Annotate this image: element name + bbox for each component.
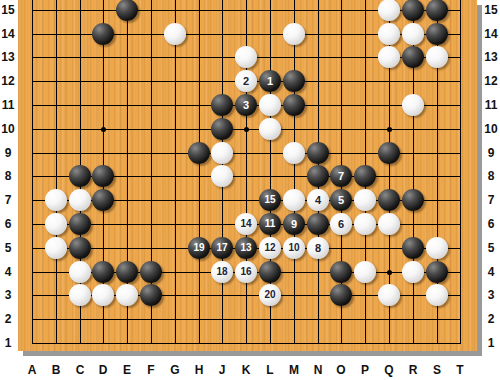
star-point-D10 [101,127,106,132]
stone-white-N5[interactable]: 8 [307,237,329,259]
stone-white-L5[interactable]: 12 [259,237,281,259]
stone-white-P6[interactable] [354,213,376,235]
col-label-J: J [212,363,232,377]
star-point-K10 [244,127,249,132]
stone-black-D14[interactable] [92,23,114,45]
col-label-E: E [117,363,137,377]
grid-vline-col-A [32,0,33,344]
stone-black-O7[interactable]: 5 [330,189,352,211]
stone-white-B7[interactable] [45,189,67,211]
stone-black-J10[interactable] [211,118,233,140]
col-label-B: B [46,363,66,377]
stone-white-L3[interactable]: 20 [259,284,281,306]
stone-black-S15[interactable] [426,0,448,21]
stone-white-E3[interactable] [116,284,138,306]
stone-white-J9[interactable] [211,142,233,164]
stone-white-K12[interactable]: 2 [235,70,257,92]
stone-black-O3[interactable] [330,284,352,306]
stone-white-M5[interactable]: 10 [283,237,305,259]
stone-black-R5[interactable] [402,237,424,259]
stone-white-L11[interactable] [259,94,281,116]
stone-white-J8[interactable] [211,165,233,187]
go-board[interactable]: 2137154514119619171312108181620 [18,0,477,351]
star-point-Q4 [387,270,392,275]
row-label-left-7: 7 [0,193,16,207]
stone-black-F4[interactable] [140,261,162,283]
col-label-S: S [427,363,447,377]
row-label-left-9: 9 [0,146,16,160]
stone-black-S4[interactable] [426,261,448,283]
stone-black-R7[interactable] [402,189,424,211]
row-label-left-10: 10 [0,122,16,136]
stone-white-S5[interactable] [426,237,448,259]
stone-white-Q6[interactable] [378,213,400,235]
row-label-right-12: 12 [483,74,499,88]
row-label-right-1: 1 [483,336,499,350]
stone-black-N9[interactable] [307,142,329,164]
row-label-left-1: 1 [0,336,16,350]
stone-white-B6[interactable] [45,213,67,235]
stone-white-N7[interactable]: 4 [307,189,329,211]
stone-black-M12[interactable] [283,70,305,92]
stone-black-L7[interactable]: 15 [259,189,281,211]
grid-vline-col-T [460,0,461,344]
stone-white-S3[interactable] [426,284,448,306]
stone-black-J11[interactable] [211,94,233,116]
stone-black-M6[interactable]: 9 [283,213,305,235]
grid-vline-col-B [56,0,57,344]
row-label-right-2: 2 [483,312,499,326]
row-label-right-4: 4 [483,265,499,279]
stone-white-Q13[interactable] [378,46,400,68]
stone-black-D8[interactable] [92,165,114,187]
row-label-right-7: 7 [483,193,499,207]
grid-vline-col-G [175,0,176,344]
stone-black-Q9[interactable] [378,142,400,164]
stone-black-D7[interactable] [92,189,114,211]
stone-white-S13[interactable] [426,46,448,68]
stone-black-C8[interactable] [69,165,91,187]
row-label-left-13: 13 [0,50,16,64]
stone-white-M9[interactable] [283,142,305,164]
stone-white-P7[interactable] [354,189,376,211]
go-app: 2137154514119619171312108181620 15151414… [0,0,500,380]
stone-white-R14[interactable] [402,23,424,45]
row-label-right-8: 8 [483,169,499,183]
row-label-left-11: 11 [0,98,16,112]
stone-black-P8[interactable] [354,165,376,187]
stone-black-C5[interactable] [69,237,91,259]
col-label-K: K [236,363,256,377]
col-label-N: N [308,363,328,377]
row-label-right-15: 15 [483,3,499,17]
stone-white-B5[interactable] [45,237,67,259]
col-label-O: O [331,363,351,377]
stone-black-K11[interactable]: 3 [235,94,257,116]
grid-vline-col-M [294,0,295,344]
stone-white-C3[interactable] [69,284,91,306]
stone-black-M11[interactable] [283,94,305,116]
stone-black-L12[interactable]: 1 [259,70,281,92]
row-label-right-5: 5 [483,241,499,255]
row-label-left-8: 8 [0,169,16,183]
stone-black-Q7[interactable] [378,189,400,211]
col-label-D: D [93,363,113,377]
stone-black-R13[interactable] [402,46,424,68]
col-label-G: G [165,363,185,377]
col-label-A: A [22,363,42,377]
stone-white-K6[interactable]: 14 [235,213,257,235]
row-label-right-9: 9 [483,146,499,160]
row-label-right-14: 14 [483,27,499,41]
star-point-Q10 [387,127,392,132]
stone-black-R15[interactable] [402,0,424,21]
col-label-L: L [260,363,280,377]
stone-black-F3[interactable] [140,284,162,306]
stone-white-C4[interactable] [69,261,91,283]
stone-black-C6[interactable] [69,213,91,235]
stone-black-J5[interactable]: 17 [211,237,233,259]
stone-white-D3[interactable] [92,284,114,306]
stone-black-L4[interactable] [259,261,281,283]
row-label-left-3: 3 [0,288,16,302]
stone-black-K5[interactable]: 13 [235,237,257,259]
row-label-left-4: 4 [0,265,16,279]
stone-black-H5[interactable]: 19 [188,237,210,259]
stone-white-G14[interactable] [164,23,186,45]
stone-black-L6[interactable]: 11 [259,213,281,235]
stone-black-D4[interactable] [92,261,114,283]
col-label-H: H [189,363,209,377]
row-label-left-14: 14 [0,27,16,41]
stone-white-O6[interactable]: 6 [330,213,352,235]
row-label-left-5: 5 [0,241,16,255]
stone-black-O4[interactable] [330,261,352,283]
stone-black-S14[interactable] [426,23,448,45]
col-label-C: C [70,363,90,377]
stone-white-P4[interactable] [354,261,376,283]
stone-black-N6[interactable] [307,213,329,235]
stone-white-K4[interactable]: 16 [235,261,257,283]
col-label-P: P [355,363,375,377]
stone-white-M14[interactable] [283,23,305,45]
stone-white-C7[interactable] [69,189,91,211]
col-label-F: F [141,363,161,377]
stone-white-R11[interactable] [402,94,424,116]
row-label-left-6: 6 [0,217,16,231]
grid-vline-col-H [199,0,200,344]
col-label-M: M [284,363,304,377]
stone-black-O8[interactable]: 7 [330,165,352,187]
row-label-left-12: 12 [0,74,16,88]
row-label-right-3: 3 [483,288,499,302]
stone-white-L10[interactable] [259,118,281,140]
row-label-left-15: 15 [0,3,16,17]
col-label-Q: Q [379,363,399,377]
stone-white-K13[interactable] [235,46,257,68]
stone-white-Q15[interactable] [378,0,400,21]
stone-white-J4[interactable]: 18 [211,261,233,283]
row-label-right-6: 6 [483,217,499,231]
stone-black-E4[interactable] [116,261,138,283]
row-label-right-10: 10 [483,122,499,136]
stone-black-H9[interactable] [188,142,210,164]
stone-white-M7[interactable] [283,189,305,211]
row-label-left-2: 2 [0,312,16,326]
row-label-right-11: 11 [483,98,499,112]
stone-white-Q14[interactable] [378,23,400,45]
row-label-right-13: 13 [483,50,499,64]
stone-white-R4[interactable] [402,261,424,283]
col-label-T: T [450,363,470,377]
stone-black-E15[interactable] [116,0,138,21]
col-label-R: R [403,363,423,377]
stone-white-Q3[interactable] [378,284,400,306]
stone-black-N8[interactable] [307,165,329,187]
